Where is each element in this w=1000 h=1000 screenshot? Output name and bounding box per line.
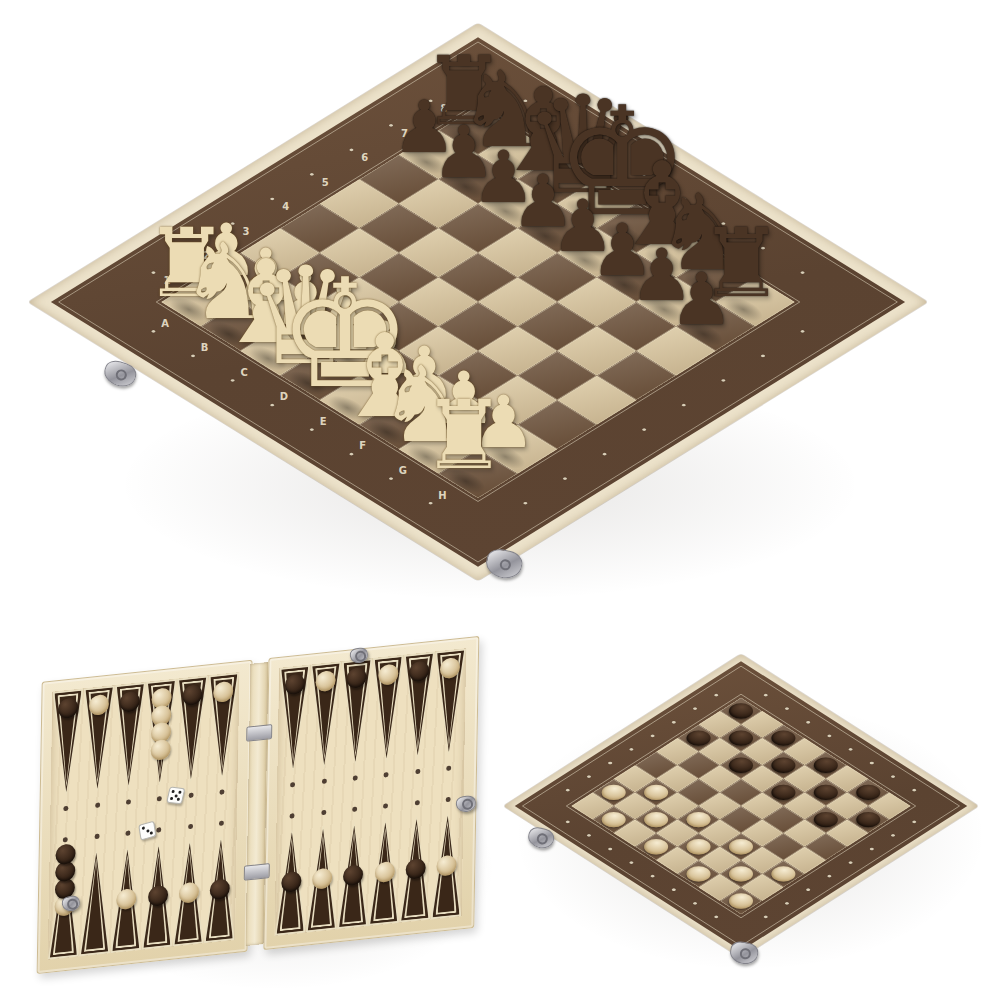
die-pip [178,791,182,794]
clasp-ring-icon [114,368,128,382]
point-dot [63,837,68,843]
point-dot [415,769,420,775]
die-pip [149,831,152,835]
backgammon-board [37,636,478,972]
point-dot [414,800,419,806]
clasp-ring-icon [354,650,366,662]
point-dot [219,821,224,827]
point-dot [321,810,326,816]
point-dot [321,779,326,785]
rank-label: 5 [322,177,329,188]
hinge-icon [244,863,270,881]
point-dot [384,772,389,778]
die-icon [166,787,185,805]
point-dot [383,803,388,809]
point-dot [188,824,193,830]
bg-checker-light [150,739,170,761]
point-dot [63,806,68,812]
backgammon-field-left [48,672,240,960]
point-dot [352,807,357,813]
rank-label: 6 [361,152,368,163]
clasp-ring-icon [66,898,79,911]
point-dot [445,797,450,803]
file-label: A [161,318,169,329]
clasp-ring-icon [461,798,473,810]
die-pip [171,790,175,793]
file-label: B [201,342,209,353]
point-dot [290,782,295,788]
point-dot [157,796,162,802]
rank-label: 4 [282,201,289,212]
point-dot [125,830,130,836]
die-pip [146,829,149,833]
point-dot [94,834,99,840]
die-pip [174,794,178,797]
point-dot [188,793,193,799]
point-dot [95,802,100,808]
die-icon [138,821,156,841]
file-label: G [399,465,407,476]
point-dot [353,775,358,781]
point-dot [446,766,451,772]
hinge-icon [246,724,272,742]
file-label: H [438,490,446,501]
die-pip [142,826,145,830]
backgammon-field-right [275,648,467,936]
clasp-ring-icon [536,832,549,845]
bg-checker-dark [55,843,75,865]
die-pip [177,798,181,801]
clasp-ring-icon [739,947,752,960]
chess-piece-glyph: ♜ [422,387,507,482]
point-dot [126,799,131,805]
chess-piece-glyph: ♟ [669,263,734,335]
clasp-ring-icon [499,558,512,571]
point-dot [219,789,224,795]
point-dot [156,827,161,833]
point-dot [290,813,295,819]
product-photo-stage: A8B7C6D5E4F3G2H1♜♞♝♛♚♝♞♜♟♟♟♟♟♟♟♟♟♟♟♟♟♟♟♟… [0,0,1000,1000]
die-pip [170,797,174,800]
